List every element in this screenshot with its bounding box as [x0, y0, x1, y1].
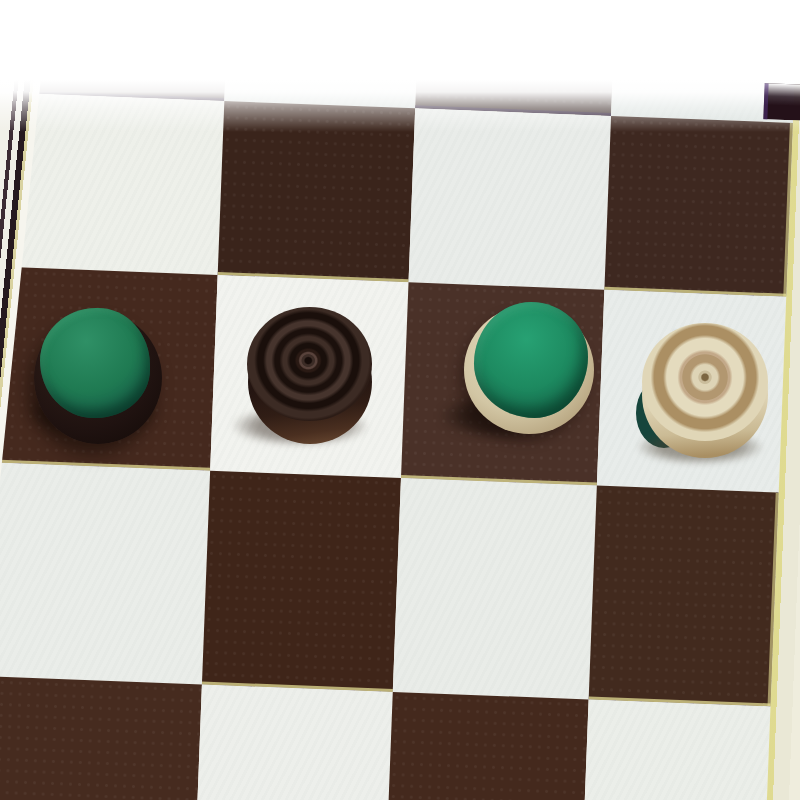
square-r4-c0[interactable] [0, 676, 202, 800]
square-r1-c1[interactable] [218, 101, 416, 282]
square-r3-c0[interactable] [0, 463, 210, 685]
concentric-rings-face [642, 323, 768, 441]
square-r0-c1 [224, 0, 420, 108]
square-r4-c2[interactable] [382, 692, 588, 800]
green-felt-base [474, 302, 588, 418]
square-r0-c3 [611, 0, 798, 123]
piece-light-rings-up[interactable] [636, 316, 786, 476]
square-r3-c1[interactable] [202, 471, 401, 692]
concentric-rings-face [247, 307, 372, 421]
square-r1-c2[interactable] [409, 108, 612, 289]
photo-frame [0, 0, 800, 800]
square-r1-c3[interactable] [604, 116, 793, 297]
piece-light-felt-up[interactable] [458, 298, 608, 458]
square-r4-c3[interactable] [578, 699, 770, 800]
green-felt-base [40, 308, 150, 418]
piece-dark-rings-up[interactable] [240, 302, 390, 462]
square-r1-c0[interactable] [5, 93, 225, 275]
square-r4-c1[interactable] [192, 685, 393, 800]
piece-dark-felt-up[interactable] [30, 300, 180, 460]
square-r0-c2 [415, 0, 616, 116]
square-r3-c3[interactable] [589, 486, 779, 707]
square-r3-c2[interactable] [393, 478, 597, 699]
